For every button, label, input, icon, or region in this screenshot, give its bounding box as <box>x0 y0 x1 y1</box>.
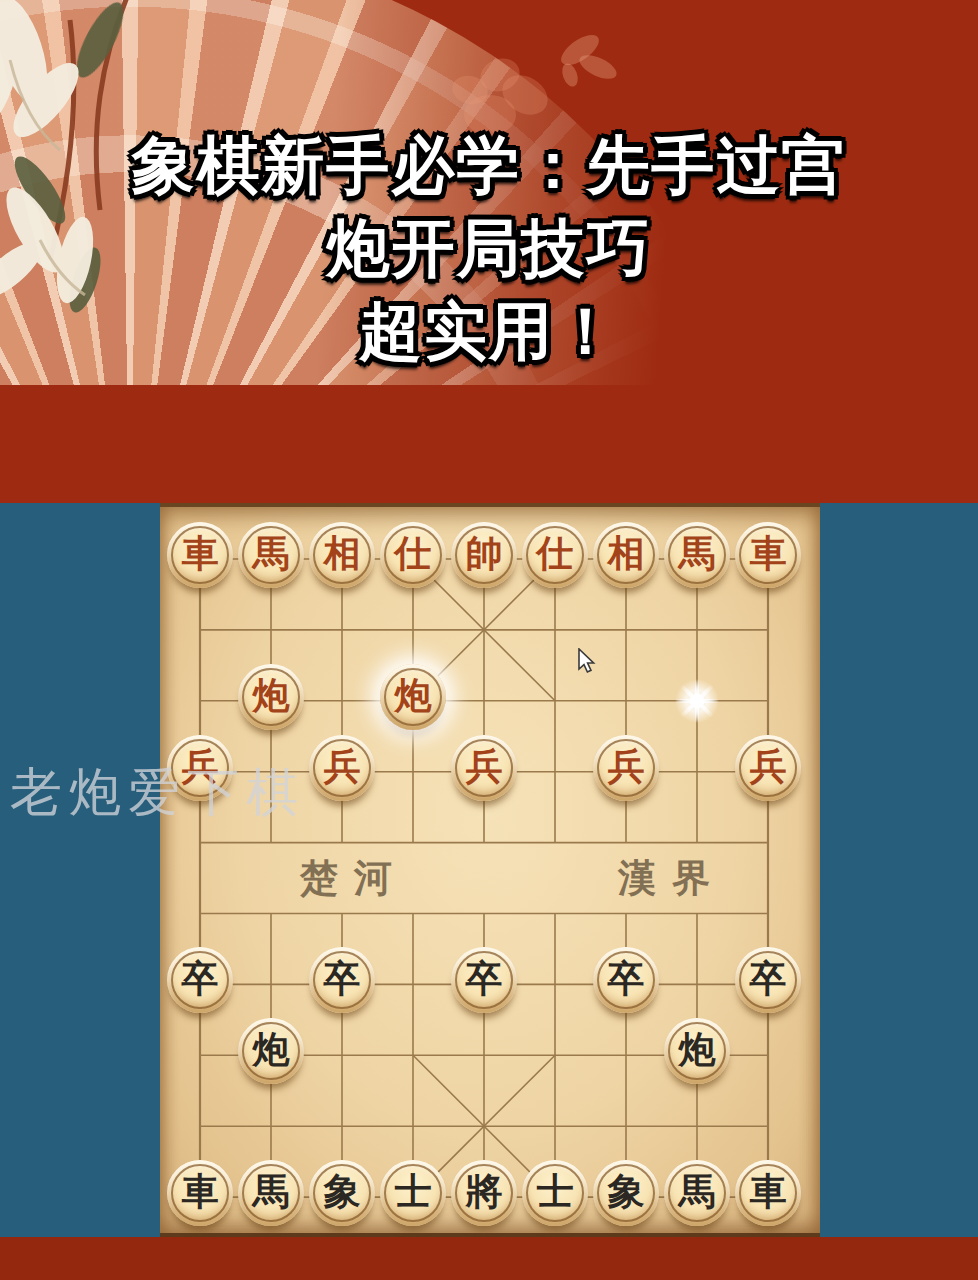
piece-character: 仕 <box>537 529 574 579</box>
piece-character: 車 <box>750 1167 787 1217</box>
piece-character: 帥 <box>466 529 503 579</box>
move-origin-sparkle <box>673 677 721 725</box>
piece-ring: 兵 <box>313 739 371 797</box>
mouse-cursor <box>578 648 604 676</box>
piece-character: 兵 <box>750 742 787 792</box>
piece-red-general[interactable]: 帥 <box>451 522 517 588</box>
piece-ring: 兵 <box>597 739 655 797</box>
piece-red-cannon[interactable]: 炮 <box>380 664 446 730</box>
piece-ring: 卒 <box>313 951 371 1009</box>
piece-ring: 象 <box>597 1164 655 1222</box>
piece-character: 炮 <box>253 671 290 721</box>
piece-character: 兵 <box>466 742 503 792</box>
piece-red-elephant[interactable]: 相 <box>593 522 659 588</box>
piece-ring: 卒 <box>597 951 655 1009</box>
piece-black-horse[interactable]: 馬 <box>664 1160 730 1226</box>
piece-black-advisor[interactable]: 士 <box>522 1160 588 1226</box>
piece-character: 炮 <box>253 1025 290 1075</box>
piece-ring: 馬 <box>242 526 300 584</box>
piece-character: 馬 <box>253 529 290 579</box>
piece-ring: 馬 <box>668 526 726 584</box>
title-line-1: 象棋新手必学：先手过宫 <box>0 124 978 207</box>
xiangqi-board[interactable]: 楚河 漢界 車馬相仕帥仕相馬車炮炮兵兵兵兵兵卒卒卒卒卒炮炮車馬象士將士象馬車 <box>160 503 820 1237</box>
piece-red-advisor[interactable]: 仕 <box>380 522 446 588</box>
piece-ring: 兵 <box>455 739 513 797</box>
piece-character: 車 <box>182 529 219 579</box>
piece-character: 卒 <box>182 954 219 1004</box>
video-title: 象棋新手必学：先手过宫 炮开局技巧 超实用！ <box>0 124 978 373</box>
piece-character: 車 <box>750 529 787 579</box>
piece-ring: 相 <box>597 526 655 584</box>
piece-ring: 仕 <box>384 526 442 584</box>
piece-red-chariot[interactable]: 車 <box>167 522 233 588</box>
piece-red-soldier[interactable]: 兵 <box>309 735 375 801</box>
piece-ring: 炮 <box>668 1022 726 1080</box>
river-label-hanjie: 漢界 <box>618 853 726 904</box>
piece-character: 象 <box>608 1167 645 1217</box>
piece-red-elephant[interactable]: 相 <box>309 522 375 588</box>
piece-character: 將 <box>466 1167 503 1217</box>
piece-ring: 士 <box>526 1164 584 1222</box>
piece-ring: 仕 <box>526 526 584 584</box>
piece-ring: 士 <box>384 1164 442 1222</box>
title-line-3: 超实用！ <box>0 290 978 373</box>
piece-ring: 炮 <box>242 1022 300 1080</box>
piece-ring: 帥 <box>455 526 513 584</box>
piece-character: 卒 <box>750 954 787 1004</box>
piece-ring: 卒 <box>455 951 513 1009</box>
piece-character: 炮 <box>679 1025 716 1075</box>
piece-character: 馬 <box>679 1167 716 1217</box>
piece-character: 兵 <box>324 742 361 792</box>
piece-character: 象 <box>324 1167 361 1217</box>
piece-character: 卒 <box>608 954 645 1004</box>
piece-ring: 車 <box>739 526 797 584</box>
piece-ring: 炮 <box>384 668 442 726</box>
piece-ring: 兵 <box>739 739 797 797</box>
piece-red-soldier[interactable]: 兵 <box>593 735 659 801</box>
piece-black-advisor[interactable]: 士 <box>380 1160 446 1226</box>
piece-black-soldier[interactable]: 卒 <box>735 947 801 1013</box>
piece-character: 馬 <box>679 529 716 579</box>
piece-ring: 馬 <box>668 1164 726 1222</box>
piece-black-chariot[interactable]: 車 <box>735 1160 801 1226</box>
piece-ring: 炮 <box>242 668 300 726</box>
piece-black-cannon[interactable]: 炮 <box>238 1018 304 1084</box>
piece-character: 仕 <box>395 529 432 579</box>
piece-ring: 車 <box>171 526 229 584</box>
watermark: 老炮爱下棋 <box>10 758 305 828</box>
piece-black-cannon[interactable]: 炮 <box>664 1018 730 1084</box>
piece-character: 兵 <box>608 742 645 792</box>
piece-character: 馬 <box>253 1167 290 1217</box>
piece-character: 炮 <box>395 671 432 721</box>
piece-red-chariot[interactable]: 車 <box>735 522 801 588</box>
piece-character: 卒 <box>324 954 361 1004</box>
piece-character: 士 <box>537 1167 574 1217</box>
title-line-2: 炮开局技巧 <box>0 207 978 290</box>
piece-black-soldier[interactable]: 卒 <box>167 947 233 1013</box>
piece-ring: 卒 <box>171 951 229 1009</box>
piece-black-chariot[interactable]: 車 <box>167 1160 233 1226</box>
piece-ring: 馬 <box>242 1164 300 1222</box>
banner-background: 象棋新手必学：先手过宫 炮开局技巧 超实用！ <box>0 0 978 503</box>
piece-black-elephant[interactable]: 象 <box>593 1160 659 1226</box>
piece-character: 相 <box>324 529 361 579</box>
game-area-background: 楚河 漢界 車馬相仕帥仕相馬車炮炮兵兵兵兵兵卒卒卒卒卒炮炮車馬象士將士象馬車 <box>0 503 978 1237</box>
footer-red-strip <box>0 1237 978 1280</box>
piece-ring: 車 <box>739 1164 797 1222</box>
piece-red-cannon[interactable]: 炮 <box>238 664 304 730</box>
piece-character: 車 <box>182 1167 219 1217</box>
piece-ring: 相 <box>313 526 371 584</box>
river-label-chuhe: 楚河 <box>300 853 408 904</box>
piece-red-soldier[interactable]: 兵 <box>735 735 801 801</box>
piece-character: 士 <box>395 1167 432 1217</box>
piece-black-soldier[interactable]: 卒 <box>593 947 659 1013</box>
piece-black-elephant[interactable]: 象 <box>309 1160 375 1226</box>
piece-red-horse[interactable]: 馬 <box>238 522 304 588</box>
piece-ring: 象 <box>313 1164 371 1222</box>
piece-character: 卒 <box>466 954 503 1004</box>
piece-black-soldier[interactable]: 卒 <box>309 947 375 1013</box>
piece-ring: 將 <box>455 1164 513 1222</box>
piece-black-horse[interactable]: 馬 <box>238 1160 304 1226</box>
piece-red-advisor[interactable]: 仕 <box>522 522 588 588</box>
piece-red-soldier[interactable]: 兵 <box>451 735 517 801</box>
piece-black-general[interactable]: 將 <box>451 1160 517 1226</box>
piece-red-horse[interactable]: 馬 <box>664 522 730 588</box>
piece-black-soldier[interactable]: 卒 <box>451 947 517 1013</box>
screenshot-root: { "game": "xiangqi", "title": { "lines":… <box>0 0 978 1280</box>
piece-character: 相 <box>608 529 645 579</box>
piece-ring: 卒 <box>739 951 797 1009</box>
piece-ring: 車 <box>171 1164 229 1222</box>
